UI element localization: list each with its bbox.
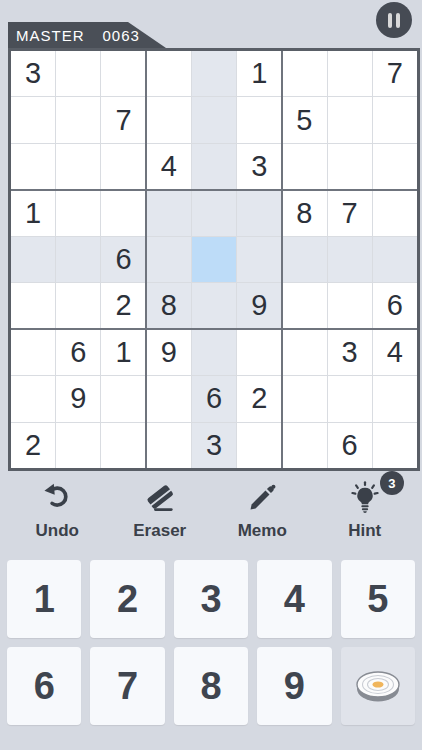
sudoku-cell-r8c2[interactable]: 9 (56, 376, 100, 421)
sudoku-cell-r1c2[interactable] (56, 51, 100, 96)
sudoku-cell-r3c4[interactable]: 4 (147, 144, 191, 189)
sudoku-cell-r9c2[interactable] (56, 423, 100, 468)
numpad-button-2[interactable]: 2 (90, 560, 164, 638)
sudoku-cell-r1c5[interactable] (192, 51, 236, 96)
sudoku-cell-r6c3[interactable]: 2 (101, 283, 145, 328)
difficulty-label: MASTER (16, 27, 85, 44)
sudoku-cell-r2c1[interactable] (11, 97, 55, 142)
sudoku-cell-r6c2[interactable] (56, 283, 100, 328)
toolbar: Undo Eraser (0, 465, 422, 557)
memo-label: Memo (238, 521, 287, 541)
number-pad: 123456789 (0, 560, 422, 725)
sudoku-cell-r6c5[interactable] (192, 283, 236, 328)
sudoku-cell-r7c1[interactable] (11, 330, 55, 375)
memo-button[interactable]: Memo (231, 481, 293, 541)
sudoku-cell-r9c9[interactable] (373, 423, 417, 468)
sudoku-cell-r2c3[interactable]: 7 (101, 97, 145, 142)
sudoku-cell-r8c8[interactable] (328, 376, 372, 421)
sudoku-cell-r2c6[interactable] (237, 97, 281, 142)
sudoku-cell-r3c1[interactable] (11, 144, 55, 189)
hint-button[interactable]: Hint 3 (334, 481, 396, 541)
sudoku-cell-r8c9[interactable] (373, 376, 417, 421)
undo-button[interactable]: Undo (26, 481, 88, 541)
sudoku-cell-r8c7[interactable] (282, 376, 326, 421)
numpad-button-3[interactable]: 3 (174, 560, 248, 638)
sudoku-cell-r5c1[interactable] (11, 237, 55, 282)
lightbulb-icon (348, 481, 382, 515)
sudoku-cell-r3c5[interactable] (192, 144, 236, 189)
sudoku-cell-r8c6[interactable]: 2 (237, 376, 281, 421)
sudoku-cell-r5c9[interactable] (373, 237, 417, 282)
eraser-icon (143, 481, 177, 515)
sudoku-grid: 31775431876289661934962236 (11, 51, 417, 468)
undo-icon (40, 481, 74, 515)
sudoku-cell-r2c9[interactable] (373, 97, 417, 142)
sudoku-cell-r3c3[interactable] (101, 144, 145, 189)
sudoku-cell-r2c8[interactable] (328, 97, 372, 142)
pause-icon (388, 13, 392, 28)
sudoku-cell-r6c9[interactable]: 6 (373, 283, 417, 328)
sudoku-cell-r4c5[interactable] (192, 190, 236, 235)
sudoku-cell-r9c3[interactable] (101, 423, 145, 468)
sudoku-cell-r1c7[interactable] (282, 51, 326, 96)
sudoku-cell-r1c3[interactable] (101, 51, 145, 96)
sudoku-cell-r1c9[interactable]: 7 (373, 51, 417, 96)
sudoku-cell-r4c4[interactable] (147, 190, 191, 235)
sudoku-cell-r2c7[interactable]: 5 (282, 97, 326, 142)
numpad-button-8[interactable]: 8 (174, 647, 248, 725)
hint-count-badge: 3 (380, 471, 404, 495)
sudoku-cell-r2c5[interactable] (192, 97, 236, 142)
sudoku-cell-r9c6[interactable] (237, 423, 281, 468)
sudoku-cell-r3c2[interactable] (56, 144, 100, 189)
sudoku-cell-r6c7[interactable] (282, 283, 326, 328)
numpad-button-9[interactable]: 9 (257, 647, 331, 725)
sudoku-cell-r4c7[interactable]: 8 (282, 190, 326, 235)
sudoku-cell-r5c2[interactable] (56, 237, 100, 282)
sudoku-cell-r2c4[interactable] (147, 97, 191, 142)
sudoku-cell-r1c8[interactable] (328, 51, 372, 96)
pause-button[interactable] (376, 2, 412, 38)
sudoku-cell-r9c7[interactable] (282, 423, 326, 468)
numpad-button-7[interactable]: 7 (90, 647, 164, 725)
sudoku-cell-r5c4[interactable] (147, 237, 191, 282)
sudoku-cell-r5c5[interactable] (192, 237, 236, 282)
sudoku-cell-r9c1[interactable]: 2 (11, 423, 55, 468)
sudoku-cell-r1c1[interactable]: 3 (11, 51, 55, 96)
sudoku-cell-r9c4[interactable] (147, 423, 191, 468)
sudoku-cell-r8c5[interactable]: 6 (192, 376, 236, 421)
sudoku-cell-r8c1[interactable] (11, 376, 55, 421)
sudoku-cell-r8c3[interactable] (101, 376, 145, 421)
hint-label: Hint (348, 521, 381, 541)
sudoku-cell-r6c8[interactable] (328, 283, 372, 328)
sudoku-cell-r7c2[interactable]: 6 (56, 330, 100, 375)
disc-item-icon (352, 665, 404, 707)
sudoku-cell-r6c6[interactable]: 9 (237, 283, 281, 328)
sudoku-cell-r4c9[interactable] (373, 190, 417, 235)
eraser-button[interactable]: Eraser (129, 481, 191, 541)
sudoku-cell-r5c6[interactable] (237, 237, 281, 282)
sudoku-cell-r9c5[interactable]: 3 (192, 423, 236, 468)
sudoku-cell-r3c8[interactable] (328, 144, 372, 189)
sudoku-cell-r7c4[interactable]: 9 (147, 330, 191, 375)
sudoku-cell-r7c7[interactable] (282, 330, 326, 375)
sudoku-cell-r7c5[interactable] (192, 330, 236, 375)
sudoku-cell-r7c6[interactable] (237, 330, 281, 375)
sudoku-cell-r1c4[interactable] (147, 51, 191, 96)
sudoku-cell-r4c2[interactable] (56, 190, 100, 235)
sudoku-cell-r6c1[interactable] (11, 283, 55, 328)
sudoku-cell-r6c4[interactable]: 8 (147, 283, 191, 328)
sudoku-cell-r3c7[interactable] (282, 144, 326, 189)
numpad-button-1[interactable]: 1 (7, 560, 81, 638)
numpad-button-5[interactable]: 5 (341, 560, 415, 638)
eraser-label: Eraser (133, 521, 186, 541)
pause-icon (396, 13, 400, 28)
undo-label: Undo (36, 521, 79, 541)
sudoku-cell-r4c6[interactable] (237, 190, 281, 235)
sudoku-cell-r7c8[interactable]: 3 (328, 330, 372, 375)
sudoku-cell-r1c6[interactable]: 1 (237, 51, 281, 96)
sudoku-cell-r4c3[interactable] (101, 190, 145, 235)
sudoku-cell-r3c9[interactable] (373, 144, 417, 189)
level-tab: MASTER 0063 (8, 22, 166, 48)
sudoku-app: MASTER 0063 31775431876289661934962236 U… (0, 0, 422, 750)
sudoku-cell-r4c1[interactable]: 1 (11, 190, 55, 235)
sudoku-cell-r5c7[interactable] (282, 237, 326, 282)
sudoku-board: 31775431876289661934962236 (8, 48, 420, 471)
sudoku-cell-r5c8[interactable] (328, 237, 372, 282)
sudoku-cell-r9c8[interactable]: 6 (328, 423, 372, 468)
sudoku-cell-r7c3[interactable]: 1 (101, 330, 145, 375)
top-bar: MASTER 0063 (0, 0, 422, 48)
sudoku-cell-r3c6[interactable]: 3 (237, 144, 281, 189)
sudoku-cell-r7c9[interactable]: 4 (373, 330, 417, 375)
sudoku-cell-r8c4[interactable] (147, 376, 191, 421)
sudoku-cell-r2c2[interactable] (56, 97, 100, 142)
puzzle-number: 0063 (103, 27, 140, 44)
numpad-button-4[interactable]: 4 (257, 560, 331, 638)
sudoku-cell-r5c3[interactable]: 6 (101, 237, 145, 282)
item-button[interactable] (341, 647, 415, 725)
numpad-button-6[interactable]: 6 (7, 647, 81, 725)
pen-icon (245, 481, 279, 515)
sudoku-cell-r4c8[interactable]: 7 (328, 190, 372, 235)
